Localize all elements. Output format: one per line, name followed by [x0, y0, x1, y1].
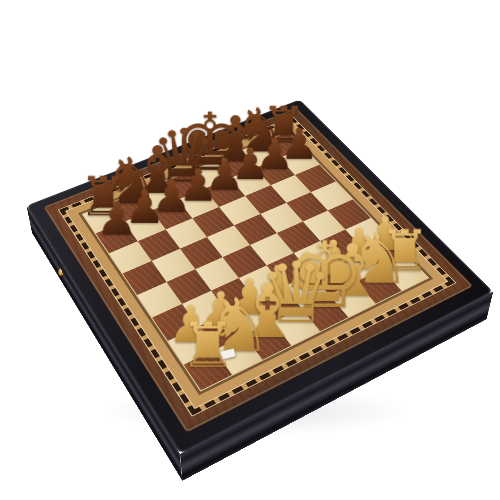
product-photo: ♜♞♝♛♚♝♞♜♟♟♟♟♟♟♟♟♟♟♟♟♟♟♟♟♜♞♝♛♚♝♞♜: [0, 0, 500, 500]
square-c5: [180, 237, 223, 269]
board-frame: ♜♞♝♛♚♝♞♜♟♟♟♟♟♟♟♟♟♟♟♟♟♟♟♟♜♞♝♛♚♝♞♜: [44, 108, 473, 432]
white-rook-a1: ♜: [180, 314, 236, 377]
brown-pawn-a7: ♟: [96, 196, 137, 242]
